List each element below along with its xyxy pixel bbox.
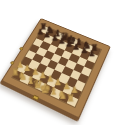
board-perspective: ♜♞♝♛♚♝♞♜♟♟♟♟♟♟♟♟♟♟♟♟♟♟♟♟♜♞♝♛♚♝♞♜	[0, 0, 125, 125]
piece-black-pawn[interactable]: ♟	[84, 51, 98, 59]
square-h1[interactable]: ♜	[66, 95, 78, 107]
piece-white-rook[interactable]: ♜	[63, 94, 78, 104]
brass-clasp	[32, 94, 40, 101]
board-grid: ♜♞♝♛♚♝♞♜♟♟♟♟♟♟♟♟♟♟♟♟♟♟♟♟♜♞♝♛♚♝♞♜	[11, 25, 102, 108]
chess-set-photo: ♜♞♝♛♚♝♞♜♟♟♟♟♟♟♟♟♟♟♟♟♟♟♟♟♜♞♝♛♚♝♞♜	[0, 0, 125, 125]
brass-latch	[19, 46, 24, 51]
chess-board: ♜♞♝♛♚♝♞♜♟♟♟♟♟♟♟♟♟♟♟♟♟♟♟♟♜♞♝♛♚♝♞♜	[1, 18, 111, 119]
